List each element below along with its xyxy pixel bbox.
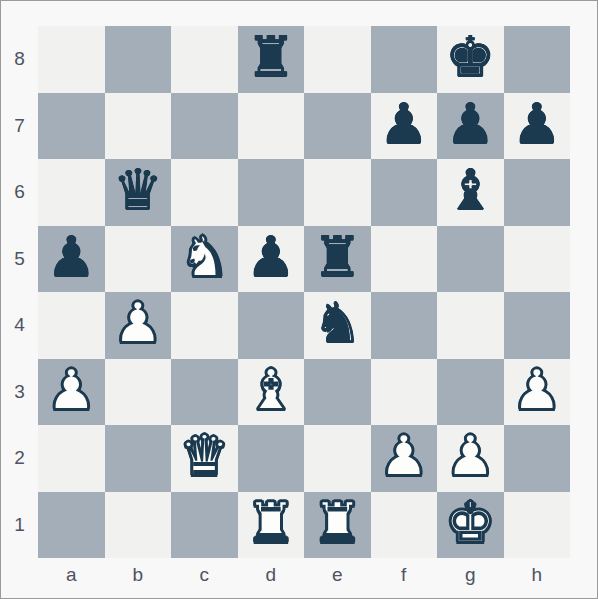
rank-labels: 87654321 bbox=[1, 26, 38, 558]
black-queen-b6[interactable]: ♛ bbox=[113, 162, 163, 218]
square-e7[interactable] bbox=[304, 93, 371, 160]
chess-board: ♜♚♟♟♟♛♝♟♞♟♜♟♞♟♝♟♛♟♟♜♜♚ bbox=[38, 26, 570, 558]
square-e3[interactable] bbox=[304, 359, 371, 426]
white-pawn-f2[interactable]: ♟ bbox=[379, 428, 429, 484]
black-rook-e5[interactable]: ♜ bbox=[312, 229, 362, 285]
rank-label-7: 7 bbox=[1, 93, 38, 160]
rank-label-8: 8 bbox=[1, 26, 38, 93]
black-pawn-f7[interactable]: ♟ bbox=[379, 96, 429, 152]
black-king-g8[interactable]: ♚ bbox=[445, 29, 495, 85]
black-pawn-a5[interactable]: ♟ bbox=[46, 229, 96, 285]
black-rook-d8[interactable]: ♜ bbox=[246, 29, 296, 85]
white-bishop-d3[interactable]: ♝ bbox=[246, 362, 296, 418]
square-c7[interactable] bbox=[171, 93, 238, 160]
square-d1[interactable]: ♜ bbox=[238, 492, 305, 559]
white-knight-c5[interactable]: ♞ bbox=[179, 229, 229, 285]
square-e4[interactable]: ♞ bbox=[304, 292, 371, 359]
square-h6[interactable] bbox=[504, 159, 571, 226]
square-e6[interactable] bbox=[304, 159, 371, 226]
black-pawn-d5[interactable]: ♟ bbox=[246, 229, 296, 285]
square-d8[interactable]: ♜ bbox=[238, 26, 305, 93]
file-label-c: c bbox=[171, 558, 238, 592]
black-pawn-g7[interactable]: ♟ bbox=[445, 96, 495, 152]
square-a2[interactable] bbox=[38, 425, 105, 492]
square-f6[interactable] bbox=[371, 159, 438, 226]
square-h4[interactable] bbox=[504, 292, 571, 359]
rank-label-3: 3 bbox=[1, 359, 38, 426]
square-b5[interactable] bbox=[105, 226, 172, 293]
square-f8[interactable] bbox=[371, 26, 438, 93]
black-bishop-g6[interactable]: ♝ bbox=[445, 162, 495, 218]
square-d4[interactable] bbox=[238, 292, 305, 359]
square-b4[interactable]: ♟ bbox=[105, 292, 172, 359]
black-pawn-h7[interactable]: ♟ bbox=[512, 96, 562, 152]
rank-label-4: 4 bbox=[1, 292, 38, 359]
square-h2[interactable] bbox=[504, 425, 571, 492]
square-e5[interactable]: ♜ bbox=[304, 226, 371, 293]
square-a7[interactable] bbox=[38, 93, 105, 160]
square-g4[interactable] bbox=[437, 292, 504, 359]
square-d5[interactable]: ♟ bbox=[238, 226, 305, 293]
file-label-e: e bbox=[304, 558, 371, 592]
square-b3[interactable] bbox=[105, 359, 172, 426]
square-f5[interactable] bbox=[371, 226, 438, 293]
file-label-f: f bbox=[371, 558, 438, 592]
white-king-g1[interactable]: ♚ bbox=[445, 495, 495, 551]
rank-label-2: 2 bbox=[1, 425, 38, 492]
rank-label-6: 6 bbox=[1, 159, 38, 226]
square-g1[interactable]: ♚ bbox=[437, 492, 504, 559]
square-b7[interactable] bbox=[105, 93, 172, 160]
square-f3[interactable] bbox=[371, 359, 438, 426]
file-label-d: d bbox=[238, 558, 305, 592]
square-g6[interactable]: ♝ bbox=[437, 159, 504, 226]
square-d2[interactable] bbox=[238, 425, 305, 492]
square-a8[interactable] bbox=[38, 26, 105, 93]
square-g8[interactable]: ♚ bbox=[437, 26, 504, 93]
square-g3[interactable] bbox=[437, 359, 504, 426]
square-d7[interactable] bbox=[238, 93, 305, 160]
square-e8[interactable] bbox=[304, 26, 371, 93]
black-knight-e4[interactable]: ♞ bbox=[312, 295, 362, 351]
square-g5[interactable] bbox=[437, 226, 504, 293]
square-h1[interactable] bbox=[504, 492, 571, 559]
file-labels: abcdefgh bbox=[38, 558, 570, 592]
white-pawn-g2[interactable]: ♟ bbox=[445, 428, 495, 484]
square-f2[interactable]: ♟ bbox=[371, 425, 438, 492]
square-d6[interactable] bbox=[238, 159, 305, 226]
file-label-g: g bbox=[437, 558, 504, 592]
white-queen-c2[interactable]: ♛ bbox=[179, 428, 229, 484]
file-label-h: h bbox=[504, 558, 571, 592]
square-g2[interactable]: ♟ bbox=[437, 425, 504, 492]
square-h7[interactable]: ♟ bbox=[504, 93, 571, 160]
square-h8[interactable] bbox=[504, 26, 571, 93]
square-b8[interactable] bbox=[105, 26, 172, 93]
square-d3[interactable]: ♝ bbox=[238, 359, 305, 426]
square-e2[interactable] bbox=[304, 425, 371, 492]
square-h3[interactable]: ♟ bbox=[504, 359, 571, 426]
square-c5[interactable]: ♞ bbox=[171, 226, 238, 293]
square-f7[interactable]: ♟ bbox=[371, 93, 438, 160]
square-g7[interactable]: ♟ bbox=[437, 93, 504, 160]
square-h5[interactable] bbox=[504, 226, 571, 293]
white-pawn-b4[interactable]: ♟ bbox=[113, 295, 163, 351]
square-a3[interactable]: ♟ bbox=[38, 359, 105, 426]
white-rook-d1[interactable]: ♜ bbox=[246, 495, 296, 551]
square-a1[interactable] bbox=[38, 492, 105, 559]
square-c8[interactable] bbox=[171, 26, 238, 93]
square-b2[interactable] bbox=[105, 425, 172, 492]
square-c1[interactable] bbox=[171, 492, 238, 559]
rank-label-5: 5 bbox=[1, 226, 38, 293]
white-pawn-h3[interactable]: ♟ bbox=[512, 362, 562, 418]
square-b6[interactable]: ♛ bbox=[105, 159, 172, 226]
rank-label-1: 1 bbox=[1, 492, 38, 559]
square-c2[interactable]: ♛ bbox=[171, 425, 238, 492]
square-c6[interactable] bbox=[171, 159, 238, 226]
square-f4[interactable] bbox=[371, 292, 438, 359]
white-pawn-a3[interactable]: ♟ bbox=[46, 362, 96, 418]
square-c4[interactable] bbox=[171, 292, 238, 359]
file-label-a: a bbox=[38, 558, 105, 592]
file-label-b: b bbox=[105, 558, 172, 592]
square-a6[interactable] bbox=[38, 159, 105, 226]
square-b1[interactable] bbox=[105, 492, 172, 559]
square-e1[interactable]: ♜ bbox=[304, 492, 371, 559]
square-a4[interactable] bbox=[38, 292, 105, 359]
chessboard-diagram: 87654321 ♜♚♟♟♟♛♝♟♞♟♜♟♞♟♝♟♛♟♟♜♜♚ abcdefgh bbox=[0, 0, 598, 599]
square-f1[interactable] bbox=[371, 492, 438, 559]
square-a5[interactable]: ♟ bbox=[38, 226, 105, 293]
square-c3[interactable] bbox=[171, 359, 238, 426]
white-rook-e1[interactable]: ♜ bbox=[312, 495, 362, 551]
